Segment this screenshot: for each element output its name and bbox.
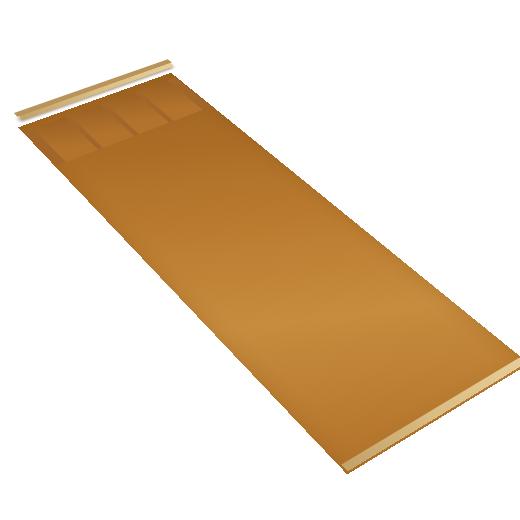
stacked-disc	[416, 245, 520, 335]
loose-disc	[218, 112, 297, 176]
disc-stack-of-4	[408, 267, 519, 357]
stacked-disc	[409, 263, 520, 353]
stacked-disc	[413, 251, 520, 341]
stacked-disc	[409, 263, 520, 353]
stack-shadow	[408, 267, 519, 357]
stacked-disc	[411, 257, 520, 347]
stacked-disc	[416, 245, 520, 335]
stacked-disc	[409, 263, 520, 353]
stacked-disc	[413, 251, 520, 341]
disc-stack-of-3	[408, 267, 519, 357]
stack-shadow	[408, 267, 519, 357]
loose-disc	[218, 112, 297, 176]
disc-stack-of-3	[408, 267, 519, 357]
stacked-disc	[413, 251, 520, 341]
disc-stack-of-4	[408, 267, 519, 357]
loose-disc	[218, 112, 297, 176]
loose-disc	[218, 112, 297, 176]
board-length-grid	[21, 74, 520, 472]
stacked-disc	[411, 257, 520, 347]
sjoelbak-product-photo	[0, 0, 520, 520]
stack-shadow	[408, 267, 519, 357]
stacked-disc	[411, 257, 520, 347]
stack-shadow	[408, 267, 519, 357]
stacked-disc	[411, 257, 520, 347]
stacked-disc	[409, 263, 520, 353]
stacked-disc	[413, 251, 520, 341]
sjoelbak-board	[21, 74, 520, 472]
loose-disc	[218, 112, 297, 176]
